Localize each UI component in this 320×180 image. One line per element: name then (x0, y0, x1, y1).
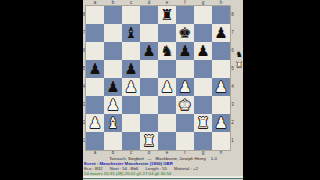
square-h3 (212, 96, 230, 114)
square-c8 (122, 6, 140, 24)
square-h2: ♟ (212, 114, 230, 132)
black-pawn-piece: ♟ (86, 60, 104, 78)
square-g8 (194, 6, 212, 24)
rank-label-2: 2 (231, 114, 235, 132)
square-g2: ♜ (194, 114, 212, 132)
square-g5 (194, 60, 212, 78)
black-pawn-piece: ♟ (104, 78, 122, 96)
square-e2 (158, 114, 176, 132)
square-h7: ♟ (212, 24, 230, 42)
white-rook-piece: ♜ (140, 132, 158, 150)
square-a8 (86, 6, 104, 24)
black-king-piece: ♚ (176, 24, 194, 42)
white-pawn-piece: ♟ (212, 78, 230, 96)
white-rook-piece: ♜ (194, 114, 212, 132)
black-knight-icon: ♞ (235, 50, 243, 60)
black-knight-piece: ♞ (158, 42, 176, 60)
square-f6: ♟ (176, 42, 194, 60)
white-rook-icon: ♜ (235, 60, 243, 70)
white-bishop-piece: ♝ (104, 114, 122, 132)
square-f1 (176, 132, 194, 150)
square-f2 (176, 114, 194, 132)
square-f8 (176, 6, 194, 24)
white-pawn-piece: ♟ (158, 78, 176, 96)
square-c5: ♟ (122, 60, 140, 78)
white-pawn-piece: ♟ (86, 114, 104, 132)
square-c3 (122, 96, 140, 114)
square-e4: ♟ (158, 78, 176, 96)
square-e7 (158, 24, 176, 42)
square-c1 (122, 132, 140, 150)
square-b5 (104, 60, 122, 78)
square-c7: ♝ (122, 24, 140, 42)
square-b4: ♟ (104, 78, 122, 96)
square-d5 (140, 60, 158, 78)
rank-label-1: 1 (231, 132, 235, 150)
square-b1 (104, 132, 122, 150)
square-e5 (158, 60, 176, 78)
square-a7 (86, 24, 104, 42)
square-f3: ♚ (176, 96, 194, 114)
rank-label-7: 7 (231, 24, 235, 42)
black-bishop-piece: ♝ (122, 24, 140, 42)
square-d8 (140, 6, 158, 24)
square-c4: ♟ (122, 78, 140, 96)
square-h5 (212, 60, 230, 78)
square-d4 (140, 78, 158, 96)
black-pawn-piece: ♟ (140, 42, 158, 60)
white-pawn-piece: ♟ (104, 96, 122, 114)
square-a5: ♟ (86, 60, 104, 78)
square-d7 (140, 24, 158, 42)
black-pawn-piece: ♟ (212, 24, 230, 42)
black-rook-piece: ♜ (158, 6, 176, 24)
square-h8 (212, 6, 230, 24)
square-f5 (176, 60, 194, 78)
square-b6 (104, 42, 122, 60)
square-d2 (140, 114, 158, 132)
white-pawn-piece: ♟ (122, 78, 140, 96)
chess-board: ♜♝♚♟♟♞♟♟♟♟♟♟♟♟♟♟♚♟♝♜♟♜ (86, 6, 230, 150)
rank-labels-right: 87654321 (231, 6, 235, 150)
black-pawn-piece: ♟ (122, 60, 140, 78)
square-h4: ♟ (212, 78, 230, 96)
rank-label-5: 5 (231, 60, 235, 78)
square-e6: ♞ (158, 42, 176, 60)
white-king-piece: ♚ (176, 96, 194, 114)
square-e3 (158, 96, 176, 114)
video-frame: abcdefgh 87654321 87654321 abcdefgh ♜♝♚♟… (0, 0, 320, 180)
rank-label-6: 6 (231, 42, 235, 60)
square-g3 (194, 96, 212, 114)
square-e1 (158, 132, 176, 150)
square-b2: ♝ (104, 114, 122, 132)
players-result-line: Tarrasch, Siegbert — Blackburne, Joseph … (84, 156, 242, 161)
square-a6 (86, 42, 104, 60)
footer-separator-line (83, 178, 243, 179)
square-a2: ♟ (86, 114, 104, 132)
square-h1 (212, 132, 230, 150)
square-b8 (104, 6, 122, 24)
square-h6 (212, 42, 230, 60)
square-d1: ♜ (140, 132, 158, 150)
white-pawn-piece: ♟ (212, 114, 230, 132)
square-a3 (86, 96, 104, 114)
black-pawn-piece: ♟ (176, 42, 194, 60)
square-e8: ♜ (158, 6, 176, 24)
square-g1 (194, 132, 212, 150)
black-pawn-piece: ♟ (194, 42, 212, 60)
square-b3: ♟ (104, 96, 122, 114)
square-g4 (194, 78, 212, 96)
square-d6: ♟ (140, 42, 158, 60)
square-a1 (86, 132, 104, 150)
square-c6 (122, 42, 140, 60)
material-balance-display: ♞ ♜ (235, 50, 243, 70)
square-f7: ♚ (176, 24, 194, 42)
square-g6: ♟ (194, 42, 212, 60)
square-g7 (194, 24, 212, 42)
rank-label-8: 8 (231, 6, 235, 24)
square-f4: ♟ (176, 78, 194, 96)
square-a4 (86, 78, 104, 96)
square-d3 (140, 96, 158, 114)
rank-label-3: 3 (231, 96, 235, 114)
square-b7 (104, 24, 122, 42)
rank-label-4: 4 (231, 78, 235, 96)
white-pawn-piece: ♟ (176, 78, 194, 96)
square-c2 (122, 114, 140, 132)
